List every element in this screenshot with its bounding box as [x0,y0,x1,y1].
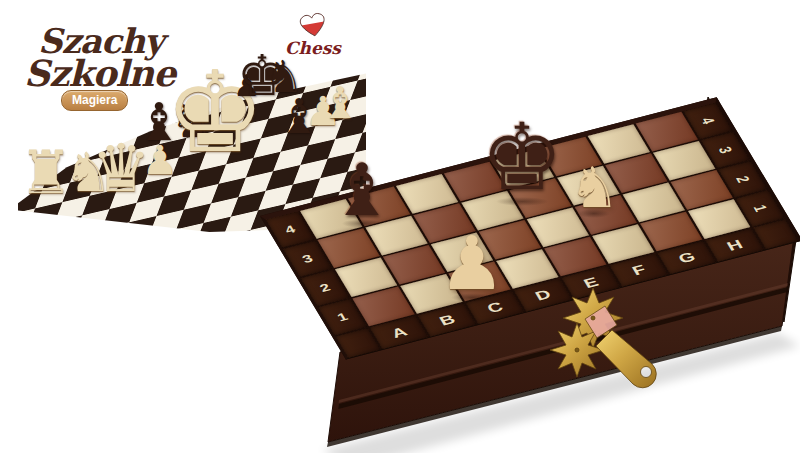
product-photo-page: ♜♞♛♝♟♞♚♟♚♞♝♟♝ Szachy Szkolne Magiera Che… [0,0,800,453]
clasp-screw [591,316,595,320]
clasp-screw [575,348,579,352]
white-knight-on-f2[interactable]: ♞ [569,160,619,216]
black-bishop-on-b4[interactable]: ♝ [330,154,395,226]
clasp-loop [596,330,656,388]
brass-clasp [0,0,800,453]
chess-box-scene: 44332211ABCDEFGH ♝♚♞♟ [0,0,800,453]
white-pawn-on-c1[interactable]: ♟ [439,226,505,300]
black-king-on-e3[interactable]: ♚ [481,112,563,204]
